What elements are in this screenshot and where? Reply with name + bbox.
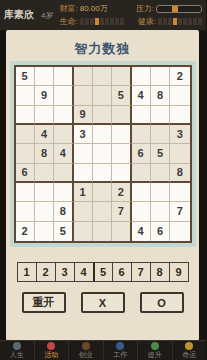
nav-item-label: 提升 [148, 350, 162, 359]
cell-r1c5[interactable] [93, 67, 112, 86]
nav-item-命运[interactable]: 命运 [173, 341, 207, 360]
bar-segment [105, 18, 109, 25]
cell-r9c5[interactable] [93, 222, 112, 241]
number-button-4[interactable]: 4 [74, 262, 94, 282]
cell-r7c9[interactable] [170, 183, 189, 202]
nav-item-人生[interactable]: 人生 [0, 341, 35, 360]
cell-r6c2[interactable] [35, 164, 54, 183]
health-label: 健康: [138, 16, 156, 27]
number-button-3[interactable]: 3 [55, 262, 75, 282]
work-icon [116, 342, 124, 350]
cell-r8c9[interactable]: 7 [170, 202, 189, 221]
cell-r5c6[interactable] [112, 144, 131, 163]
nav-item-label: 人生 [10, 350, 24, 359]
nav-item-label: 工作 [113, 350, 127, 359]
bar-segment [183, 18, 187, 25]
restart-button[interactable]: 重开 [22, 292, 66, 313]
bar-segment [193, 18, 197, 25]
cell-r5c5[interactable] [93, 144, 112, 163]
cell-r2c5[interactable] [93, 86, 112, 105]
cell-r7c1[interactable] [16, 183, 35, 202]
cell-r4c8[interactable] [151, 125, 170, 144]
top-status-bar: 库素欣 4岁 财富: 80.00万 压力: 生命: 健康: [0, 0, 206, 30]
cell-r9c7[interactable]: 4 [132, 222, 151, 241]
cell-r4c5[interactable] [93, 125, 112, 144]
number-button-9[interactable]: 9 [169, 262, 189, 282]
cell-r1c9[interactable]: 2 [170, 67, 189, 86]
cell-r3c6[interactable] [112, 106, 131, 125]
pressure-bar [156, 5, 202, 13]
life-bar [80, 18, 124, 25]
bar-segment [110, 18, 114, 25]
cell-r6c7[interactable] [132, 164, 151, 183]
cell-r5c9[interactable] [170, 144, 189, 163]
bar-segment [100, 18, 104, 25]
bar-segment [163, 18, 167, 25]
bar-segment [188, 18, 192, 25]
cell-r9c9[interactable] [170, 222, 189, 241]
activity-icon [47, 342, 55, 350]
cell-r4c9[interactable]: 3 [170, 125, 189, 144]
number-button-1[interactable]: 1 [17, 262, 37, 282]
cell-r4c7[interactable] [132, 125, 151, 144]
cell-r3c4[interactable]: 9 [74, 106, 93, 125]
cell-r1c7[interactable] [132, 67, 151, 86]
cell-r2c9[interactable] [170, 86, 189, 105]
cell-r2c6[interactable]: 5 [112, 86, 131, 105]
number-button-2[interactable]: 2 [36, 262, 56, 282]
bar-segment [178, 18, 182, 25]
cell-r3c5[interactable] [93, 106, 112, 125]
nav-item-活动[interactable]: 活动 [35, 341, 70, 360]
cell-r8c7[interactable] [132, 202, 151, 221]
bar-segment [115, 18, 119, 25]
pressure-label: 压力: [136, 3, 154, 14]
cell-r9c2[interactable] [35, 222, 54, 241]
life-label: 生命: [59, 16, 77, 27]
player-age: 4岁 [41, 10, 53, 21]
wealth-value: 80.00万 [80, 3, 108, 14]
health-bar [158, 18, 202, 25]
cell-r2c8[interactable]: 8 [151, 86, 170, 105]
cell-r6c1[interactable]: 6 [16, 164, 35, 183]
cell-r8c8[interactable] [151, 202, 170, 221]
bar-segment [120, 18, 124, 25]
action-button-row: 重开 X O [14, 292, 192, 313]
cell-r6c6[interactable] [112, 164, 131, 183]
cell-r3c9[interactable] [170, 106, 189, 125]
cell-r2c4[interactable] [74, 86, 93, 105]
bar-segment [198, 18, 202, 25]
cell-r6c8[interactable] [151, 164, 170, 183]
cell-r3c3[interactable] [54, 106, 73, 125]
cell-r5c1[interactable] [16, 144, 35, 163]
cell-r4c2[interactable]: 4 [35, 125, 54, 144]
cell-r4c3[interactable] [54, 125, 73, 144]
cell-r5c2[interactable]: 8 [35, 144, 54, 163]
cell-r7c8[interactable] [151, 183, 170, 202]
cell-r2c1[interactable] [16, 86, 35, 105]
bar-segment [80, 18, 84, 25]
cell-r8c3[interactable]: 8 [54, 202, 73, 221]
cell-r4c4[interactable]: 3 [74, 125, 93, 144]
cell-r1c2[interactable] [35, 67, 54, 86]
player-name: 库素欣 [4, 8, 34, 22]
bottom-nav: 人生活动创业工作提升命运 [0, 340, 206, 360]
cell-r3c2[interactable] [35, 106, 54, 125]
cell-r1c4[interactable] [74, 67, 93, 86]
nav-item-label: 命运 [182, 350, 196, 359]
cell-r9c4[interactable] [74, 222, 93, 241]
cross-button[interactable]: X [81, 292, 125, 313]
cell-r9c1[interactable]: 2 [16, 222, 35, 241]
improve-icon [151, 342, 159, 350]
cell-r1c8[interactable] [151, 67, 170, 86]
cell-r8c1[interactable] [16, 202, 35, 221]
cell-r1c1[interactable]: 5 [16, 67, 35, 86]
cell-r9c8[interactable]: 6 [151, 222, 170, 241]
fate-icon [185, 342, 193, 350]
cell-r7c5[interactable] [93, 183, 112, 202]
cell-r1c6[interactable] [112, 67, 131, 86]
bar-segment [95, 18, 99, 25]
bar-segment [90, 18, 94, 25]
circle-button[interactable]: O [140, 292, 184, 313]
sudoku-board-frame: 5295489433846568128772546 [10, 61, 196, 247]
cell-r5c3[interactable]: 4 [54, 144, 73, 163]
cell-r6c5[interactable] [93, 164, 112, 183]
bar-segment [158, 18, 162, 25]
cell-r9c3[interactable]: 5 [54, 222, 73, 241]
cell-r2c3[interactable] [54, 86, 73, 105]
sudoku-panel: 智力数独 5295489433846568128772546 123456789… [6, 30, 199, 341]
bar-segment [85, 18, 89, 25]
life-icon [13, 342, 21, 350]
business-icon [82, 342, 90, 350]
number-button-7[interactable]: 7 [131, 262, 151, 282]
nav-item-label: 创业 [79, 350, 93, 359]
number-button-8[interactable]: 8 [150, 262, 170, 282]
cell-r8c6[interactable]: 7 [112, 202, 131, 221]
pressure-fill [172, 6, 178, 12]
page-title: 智力数独 [75, 39, 131, 58]
number-row: 123456789 [17, 262, 189, 282]
cell-r5c4[interactable] [74, 144, 93, 163]
wealth-label: 财富: [59, 3, 77, 14]
cell-r7c3[interactable] [54, 183, 73, 202]
cell-r7c6[interactable]: 2 [112, 183, 131, 202]
cell-r8c4[interactable] [74, 202, 93, 221]
cell-r8c2[interactable] [35, 202, 54, 221]
cell-r6c3[interactable] [54, 164, 73, 183]
number-button-5[interactable]: 5 [93, 262, 113, 282]
nav-item-label: 活动 [44, 350, 58, 359]
nav-item-工作[interactable]: 工作 [104, 341, 139, 360]
cell-r5c8[interactable]: 5 [151, 144, 170, 163]
nav-item-创业[interactable]: 创业 [69, 341, 104, 360]
cell-r5c7[interactable]: 6 [132, 144, 151, 163]
cell-r7c2[interactable] [35, 183, 54, 202]
cell-r8c5[interactable] [93, 202, 112, 221]
cell-r4c1[interactable] [16, 125, 35, 144]
cell-r3c1[interactable] [16, 106, 35, 125]
cell-r2c2[interactable]: 9 [35, 86, 54, 105]
cell-r2c7[interactable]: 4 [132, 86, 151, 105]
nav-item-提升[interactable]: 提升 [138, 341, 173, 360]
cell-r9c6[interactable] [112, 222, 131, 241]
bar-segment [173, 18, 177, 25]
cell-r7c4[interactable]: 1 [74, 183, 93, 202]
cell-r6c9[interactable]: 8 [170, 164, 189, 183]
number-button-6[interactable]: 6 [112, 262, 132, 282]
cell-r3c8[interactable] [151, 106, 170, 125]
sudoku-board: 5295489433846568128772546 [14, 65, 192, 243]
cell-r4c6[interactable] [112, 125, 131, 144]
cell-r1c3[interactable] [54, 67, 73, 86]
bar-segment [168, 18, 172, 25]
cell-r3c7[interactable] [132, 106, 151, 125]
cell-r7c7[interactable] [132, 183, 151, 202]
cell-r6c4[interactable] [74, 164, 93, 183]
